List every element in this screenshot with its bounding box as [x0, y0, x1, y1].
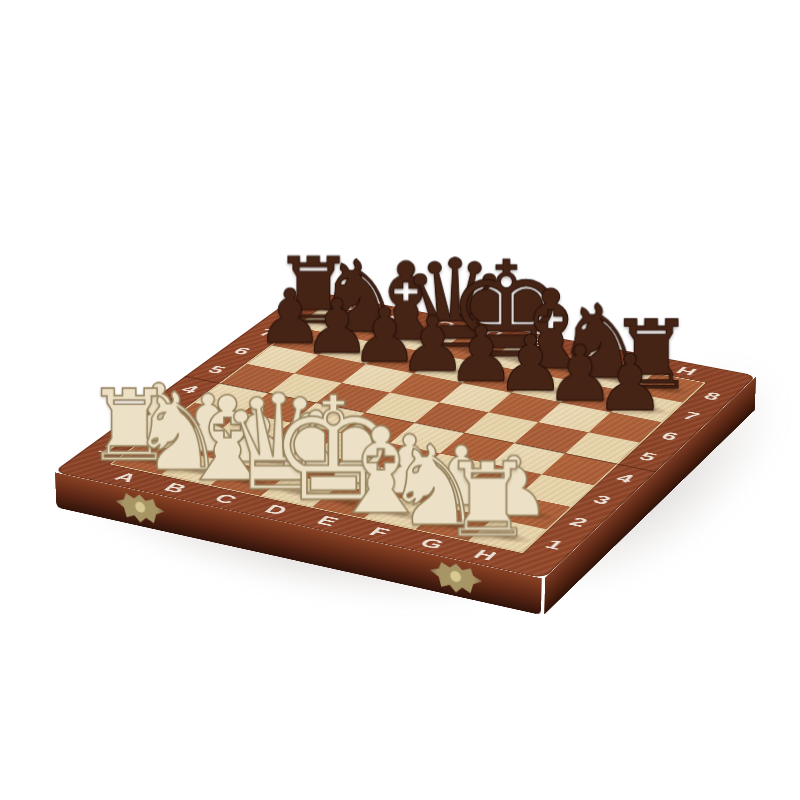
chess-board: ♜♞♝♛♚♝♞♜♟♟♟♟♟♟♟♟♟♟♟♟♟♟♟♟♜♞♝♛♚♝♞♜ ABCDEFG…: [53, 289, 757, 578]
brass-clasp-left: [115, 489, 164, 528]
chess-board-scene: ♜♞♝♛♚♝♞♜♟♟♟♟♟♟♟♟♟♟♟♟♟♟♟♟♜♞♝♛♚♝♞♜ ABCDEFG…: [0, 0, 800, 800]
brass-clasp-right: [430, 558, 482, 598]
square-h1[interactable]: ♜: [468, 518, 546, 552]
page-background: { "game": "chess", "scene": "wooden fold…: [0, 0, 800, 800]
piece-white-rook-h1[interactable]: ♜: [429, 450, 547, 553]
square-h7[interactable]: ♟: [610, 393, 682, 423]
piece-black-pawn-h7[interactable]: ♟: [576, 344, 686, 422]
